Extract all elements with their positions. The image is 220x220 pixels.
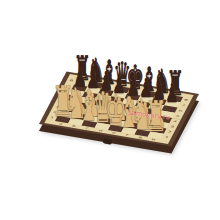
product-photo: abcdefgh abcdefgh 87654321 87654321 samo… bbox=[0, 0, 220, 220]
box-clasp bbox=[103, 138, 113, 144]
